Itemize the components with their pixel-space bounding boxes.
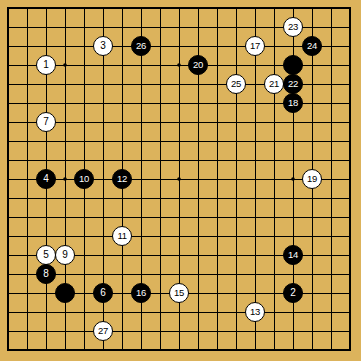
- stone-black-22: 22: [283, 74, 303, 94]
- stone-white-27: 27: [93, 321, 113, 341]
- stone-black-2: 2: [283, 283, 303, 303]
- stone-white-11: 11: [112, 226, 132, 246]
- stone-black-6: 6: [93, 283, 113, 303]
- stone-white-17: 17: [245, 36, 265, 56]
- stone-white-25: 25: [226, 74, 246, 94]
- stone-black-20: 20: [188, 55, 208, 75]
- stone-black-4: 4: [36, 169, 56, 189]
- stone-black-24: 24: [302, 36, 322, 56]
- go-board-diagram: 1234567891011121314151617181920212223242…: [0, 0, 361, 361]
- stone-black-handicap: [55, 283, 75, 303]
- stone-black-handicap: [283, 55, 303, 75]
- stone-black-14: 14: [283, 245, 303, 265]
- stone-white-23: 23: [283, 17, 303, 37]
- stone-white-13: 13: [245, 302, 265, 322]
- stone-white-1: 1: [36, 55, 56, 75]
- stone-black-16: 16: [131, 283, 151, 303]
- go-board[interactable]: 1234567891011121314151617181920212223242…: [0, 0, 360, 360]
- stone-white-5: 5: [36, 245, 56, 265]
- stone-white-21: 21: [264, 74, 284, 94]
- stone-black-12: 12: [112, 169, 132, 189]
- stone-white-19: 19: [302, 169, 322, 189]
- stone-black-18: 18: [283, 93, 303, 113]
- stone-white-3: 3: [93, 36, 113, 56]
- stone-white-15: 15: [169, 283, 189, 303]
- stone-black-10: 10: [74, 169, 94, 189]
- stone-black-26: 26: [131, 36, 151, 56]
- stone-white-9: 9: [55, 245, 75, 265]
- stone-black-8: 8: [36, 264, 56, 284]
- stone-white-7: 7: [36, 112, 56, 132]
